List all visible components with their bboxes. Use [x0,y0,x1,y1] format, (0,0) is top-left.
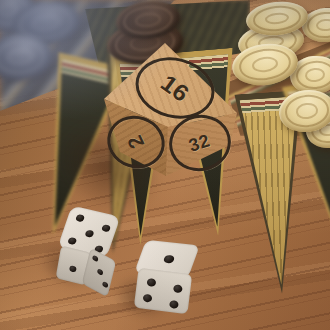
backgammon-board-photo: 16 2 32 [0,0,330,330]
doubling-cube[interactable]: 16 2 32 [100,40,240,180]
pip [146,278,156,287]
pip [162,255,175,264]
die-right-front-face-4 [134,268,192,314]
pip [67,237,77,245]
die-left[interactable] [56,206,126,292]
pip [75,214,85,222]
pip [92,255,99,263]
pip [101,224,111,232]
cube-value-32: 32 [187,130,213,156]
cube-value-2: 2 [123,132,150,153]
pip [102,280,109,288]
pip [97,268,104,276]
pip [169,300,179,309]
pip [69,265,77,273]
die-right[interactable] [132,238,202,318]
pip [173,284,183,293]
cube-value-16: 16 [156,69,194,107]
pip [143,293,153,302]
pip [84,230,94,238]
